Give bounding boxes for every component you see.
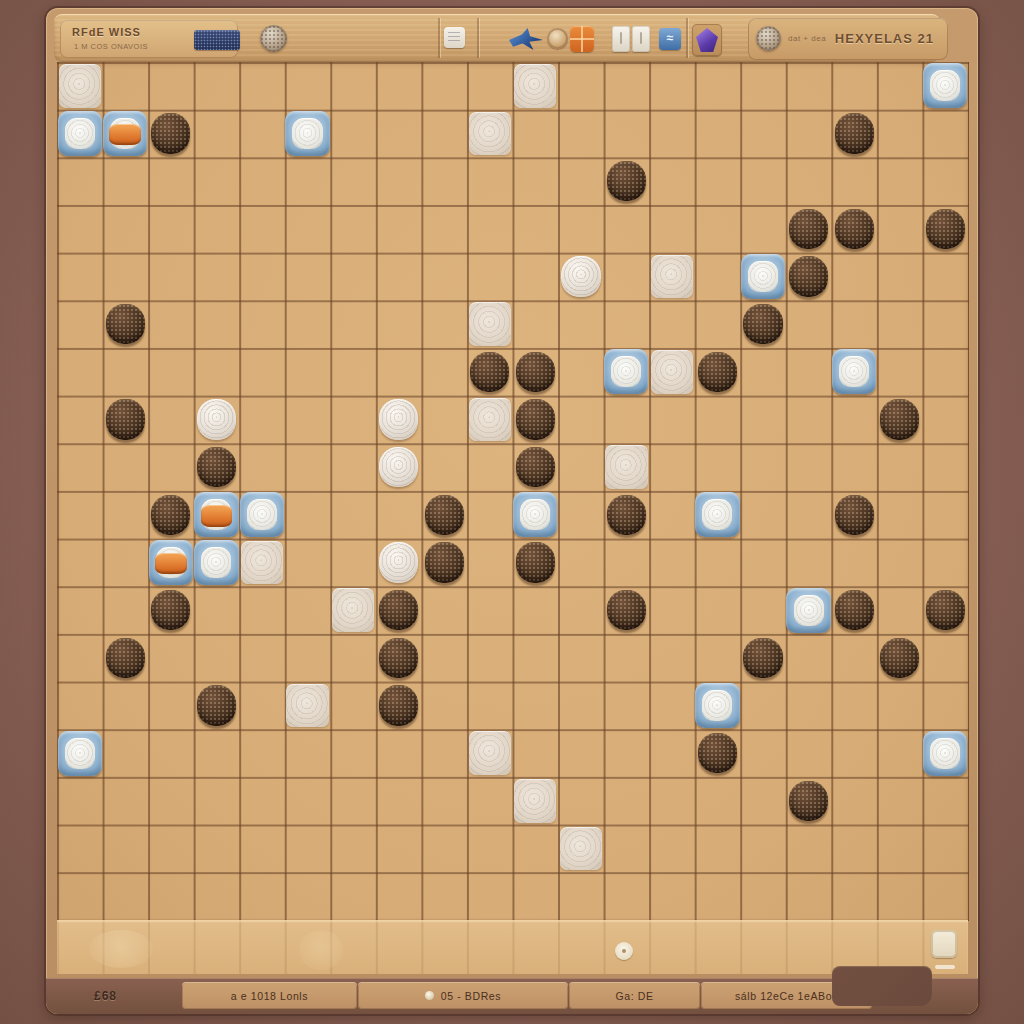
dark-stone-piece[interactable] xyxy=(743,304,782,344)
board-apron xyxy=(57,920,968,974)
white-stone-piece[interactable] xyxy=(197,399,237,440)
dark-stone-piece[interactable] xyxy=(516,542,555,582)
water-icon[interactable]: ≈ xyxy=(659,28,681,50)
blue-tile-piece[interactable] xyxy=(695,492,739,537)
dark-stone-piece[interactable] xyxy=(379,685,418,725)
card-dash xyxy=(935,965,955,969)
dark-stone-piece[interactable] xyxy=(835,495,874,535)
dark-stone-piece[interactable] xyxy=(880,638,919,678)
dark-stone-piece[interactable] xyxy=(516,399,555,439)
dark-stone-piece[interactable] xyxy=(607,495,646,535)
board-grid[interactable] xyxy=(57,62,969,921)
player-info-panel: dat + dea HEXYELAS 21 xyxy=(748,18,948,60)
blue-tile-piece[interactable] xyxy=(58,731,102,776)
flower-ghost-icon xyxy=(89,930,153,968)
tile-core xyxy=(930,70,960,101)
blue-tile-piece[interactable] xyxy=(786,588,830,633)
top-toolbar: RFdE WISS 1 M COS ONAVOIS ≈ dat + dea HE… xyxy=(54,14,940,62)
tile-core xyxy=(520,499,550,530)
dark-stone-piece[interactable] xyxy=(698,352,737,392)
blue-tile-piece[interactable] xyxy=(285,111,329,156)
status-text: 05 - BDRes xyxy=(441,990,501,1002)
dark-stone-piece[interactable] xyxy=(607,590,646,630)
dark-stone-piece[interactable] xyxy=(516,447,555,487)
status-dot-icon xyxy=(425,991,434,1000)
toolbar-button[interactable] xyxy=(612,26,630,52)
dark-stone-piece[interactable] xyxy=(197,685,236,725)
blue-tile-piece[interactable] xyxy=(513,492,557,537)
app-info-panel: RFdE WISS 1 M COS ONAVOIS xyxy=(60,20,238,58)
status-text: sálb 12eCe 1eABos xyxy=(735,990,838,1002)
white-tile-piece[interactable] xyxy=(59,64,101,107)
dark-stone-piece[interactable] xyxy=(789,256,828,296)
medallion-icon[interactable] xyxy=(260,25,287,52)
card-button[interactable] xyxy=(931,930,957,958)
tile-core xyxy=(702,690,732,721)
note-icon[interactable] xyxy=(444,27,465,48)
white-tile-piece[interactable] xyxy=(469,302,511,345)
status-segment: Ga: DE xyxy=(569,982,700,1009)
white-tile-piece[interactable] xyxy=(560,827,602,870)
blue-orange-tile-piece[interactable] xyxy=(194,492,238,537)
blue-tile-piece[interactable] xyxy=(240,492,284,537)
toolbar-button[interactable] xyxy=(632,26,650,52)
white-tile-piece[interactable] xyxy=(286,684,328,727)
tile-core xyxy=(201,547,231,578)
blue-tile-piece[interactable] xyxy=(741,254,785,299)
status-segment: a e 1018 Lonls xyxy=(182,982,357,1009)
orange-tile-icon[interactable] xyxy=(570,26,594,52)
white-tile-piece[interactable] xyxy=(651,255,693,298)
player-title: HEXYELAS 21 xyxy=(835,31,934,46)
dark-stone-piece[interactable] xyxy=(151,113,190,153)
gem-icon[interactable] xyxy=(692,24,722,56)
white-tile-piece[interactable] xyxy=(469,398,511,441)
white-tile-piece[interactable] xyxy=(651,350,693,393)
white-tile-piece[interactable] xyxy=(469,731,511,774)
dark-stone-piece[interactable] xyxy=(880,399,919,439)
toolbar-divider xyxy=(438,18,440,58)
orange-motif xyxy=(109,124,141,146)
tile-core xyxy=(930,738,960,769)
white-tile-piece[interactable] xyxy=(332,588,374,631)
dark-stone-piece[interactable] xyxy=(151,590,190,630)
blue-tile-piece[interactable] xyxy=(58,111,102,156)
app-title: RFdE WISS xyxy=(72,26,141,38)
dark-stone-piece[interactable] xyxy=(197,447,236,487)
dark-stone-piece[interactable] xyxy=(698,733,737,773)
dark-stone-piece[interactable] xyxy=(926,590,965,630)
toolbar-divider xyxy=(686,18,688,58)
crown-ghost-icon xyxy=(299,930,343,970)
dark-stone-piece[interactable] xyxy=(789,209,828,249)
toolbar-divider xyxy=(477,18,479,58)
dark-stone-piece[interactable] xyxy=(470,352,509,392)
orange-motif xyxy=(201,505,233,527)
white-tile-piece[interactable] xyxy=(514,64,556,107)
navy-badge xyxy=(194,30,240,50)
dark-stone-piece[interactable] xyxy=(835,209,874,249)
dark-stone-piece[interactable] xyxy=(379,638,418,678)
blue-tile-piece[interactable] xyxy=(832,349,876,394)
dark-stone-piece[interactable] xyxy=(835,590,874,630)
app-subtitle: 1 M COS ONAVOIS xyxy=(74,42,148,51)
blue-tile-piece[interactable] xyxy=(923,731,967,776)
dark-stone-piece[interactable] xyxy=(926,209,965,249)
medallion-icon[interactable] xyxy=(756,26,781,51)
tile-core xyxy=(247,499,277,530)
bird-icon[interactable] xyxy=(509,28,543,50)
clock-label: £68 xyxy=(94,989,117,1003)
white-tile-piece[interactable] xyxy=(469,112,511,155)
status-segment: 05 - BDRes xyxy=(358,982,568,1009)
dark-stone-piece[interactable] xyxy=(151,495,190,535)
frame-corner-block xyxy=(832,966,932,1006)
blue-tile-piece[interactable] xyxy=(194,540,238,585)
dark-stone-piece[interactable] xyxy=(607,161,646,201)
dark-stone-piece[interactable] xyxy=(743,638,782,678)
tile-core xyxy=(611,356,641,387)
orange-motif xyxy=(155,553,187,575)
dark-stone-piece[interactable] xyxy=(789,781,828,821)
dark-stone-piece[interactable] xyxy=(835,113,874,153)
white-stone-piece[interactable] xyxy=(379,542,419,583)
white-tile-piece[interactable] xyxy=(514,779,556,822)
tile-core xyxy=(839,356,869,387)
dark-stone-piece[interactable] xyxy=(425,542,464,582)
dark-stone-piece[interactable] xyxy=(106,399,145,439)
white-stone-piece[interactable] xyxy=(379,399,419,440)
dark-stone-piece[interactable] xyxy=(425,495,464,535)
blue-tile-piece[interactable] xyxy=(604,349,648,394)
white-stone-piece[interactable] xyxy=(561,256,601,297)
tile-core xyxy=(292,118,322,149)
tile-core xyxy=(794,595,824,626)
tile-core xyxy=(748,261,778,292)
white-stone-piece[interactable] xyxy=(379,447,419,488)
blue-orange-tile-piece[interactable] xyxy=(103,111,147,156)
blue-tile-piece[interactable] xyxy=(923,63,967,108)
tile-core xyxy=(702,499,732,530)
dark-stone-piece[interactable] xyxy=(379,590,418,630)
player-sub-label: dat + dea xyxy=(788,34,826,43)
blue-tile-piece[interactable] xyxy=(695,683,739,728)
dark-stone-piece[interactable] xyxy=(106,638,145,678)
circle-button[interactable] xyxy=(615,942,633,960)
blue-orange-tile-piece[interactable] xyxy=(149,540,193,585)
dark-stone-piece[interactable] xyxy=(516,352,555,392)
dark-stone-piece[interactable] xyxy=(106,304,145,344)
status-text: Ga: DE xyxy=(615,990,653,1002)
tile-core xyxy=(65,118,95,149)
white-tile-piece[interactable] xyxy=(241,541,283,584)
coin-icon[interactable] xyxy=(547,28,568,49)
window-frame: RFdE WISS 1 M COS ONAVOIS ≈ dat + dea HE… xyxy=(46,8,978,1014)
white-tile-piece[interactable] xyxy=(605,445,647,488)
tile-core xyxy=(65,738,95,769)
status-text: a e 1018 Lonls xyxy=(231,990,308,1002)
